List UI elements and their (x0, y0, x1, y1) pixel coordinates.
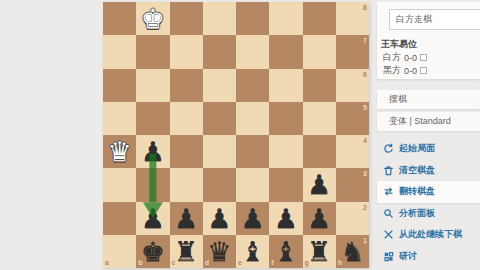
black-rook[interactable]: ♜ (174, 238, 198, 265)
black-pawn[interactable]: ♟ (174, 205, 198, 232)
square-c6[interactable] (170, 69, 203, 102)
square-g2[interactable]: ♟ (303, 202, 336, 235)
square-b2[interactable]: ♟ (136, 202, 169, 235)
file-label-g: g (305, 259, 309, 266)
black-rook[interactable]: ♜ (307, 238, 331, 265)
black-bishop[interactable]: ♝ (274, 238, 298, 265)
square-c8[interactable] (170, 2, 203, 35)
trash-icon (383, 165, 394, 176)
square-a4[interactable]: ♛ (103, 135, 136, 168)
rank-label-3: 3 (363, 170, 367, 177)
study-icon (383, 251, 394, 262)
square-a8[interactable] (103, 2, 136, 35)
page-background: ♚8765♛♟4♟3♟♟♟♟♟♟2ab♚c♜d♛e♝f♝g♜1h♞ 白方走棋 王… (0, 0, 480, 270)
square-g1[interactable]: g♜ (303, 235, 336, 268)
restart-icon (383, 143, 394, 154)
board-grid: ♚8765♛♟4♟3♟♟♟♟♟♟2ab♚c♜d♛e♝f♝g♜1h♞ (103, 2, 369, 268)
menu-item-label: 研讨 (399, 250, 417, 263)
square-h4[interactable]: 4 (336, 135, 369, 168)
square-a7[interactable] (103, 35, 136, 68)
square-c4[interactable] (170, 135, 203, 168)
file-label-h: h (338, 259, 342, 266)
square-b3[interactable] (136, 168, 169, 201)
file-label-f: f (271, 259, 273, 266)
castling-white-oo-label: 0-0 (404, 53, 417, 63)
white-king[interactable]: ♚ (141, 5, 165, 32)
square-d7[interactable] (203, 35, 236, 68)
menu-item-label: 分析面板 (399, 207, 435, 220)
square-b7[interactable] (136, 35, 169, 68)
square-f5[interactable] (269, 102, 302, 135)
square-b5[interactable] (136, 102, 169, 135)
castling-black-oo-checkbox[interactable] (420, 67, 427, 74)
square-e6[interactable] (236, 69, 269, 102)
square-b6[interactable] (136, 69, 169, 102)
square-g6[interactable] (303, 69, 336, 102)
rank-label-4: 4 (363, 137, 367, 144)
square-d5[interactable] (203, 102, 236, 135)
square-a5[interactable] (103, 102, 136, 135)
black-bishop[interactable]: ♝ (241, 238, 265, 265)
square-f4[interactable] (269, 135, 302, 168)
black-pawn[interactable]: ♟ (241, 205, 265, 232)
turn-select[interactable]: 白方走棋 (389, 9, 480, 30)
rank-label-7: 7 (363, 37, 367, 44)
square-h2[interactable]: 2 (336, 202, 369, 235)
castling-white-oo-checkbox[interactable] (420, 54, 427, 61)
black-pawn[interactable]: ♟ (141, 138, 165, 165)
square-c7[interactable] (170, 35, 203, 68)
menu-item-label: 清空棋盘 (399, 164, 435, 177)
square-d8[interactable] (203, 2, 236, 35)
file-label-a: a (105, 259, 109, 266)
square-a2[interactable] (103, 202, 136, 235)
square-f6[interactable] (269, 69, 302, 102)
square-c5[interactable] (170, 102, 203, 135)
square-g3[interactable]: ♟ (303, 168, 336, 201)
square-f7[interactable] (269, 35, 302, 68)
square-d3[interactable] (203, 168, 236, 201)
black-pawn[interactable]: ♟ (274, 205, 298, 232)
analysis-icon (383, 208, 394, 219)
square-e5[interactable] (236, 102, 269, 135)
setup-select[interactable]: 摆棋 (377, 90, 480, 109)
editor-menu: 起始局面 清空棋盘 翻转棋盘 分析面板 (377, 138, 480, 267)
rank-label-6: 6 (363, 71, 367, 78)
menu-item-clear-board[interactable]: 清空棋盘 (377, 160, 480, 182)
castling-white-label: 白方 (383, 51, 401, 64)
black-pawn[interactable]: ♟ (141, 205, 165, 232)
square-c2[interactable]: ♟ (170, 202, 203, 235)
square-e3[interactable] (236, 168, 269, 201)
square-g8[interactable] (303, 2, 336, 35)
square-h8[interactable]: 8 (336, 2, 369, 35)
square-d4[interactable] (203, 135, 236, 168)
editor-sidebar: 白方走棋 王车易位 白方 0-0 黑方 0-0 摆棋 变体 | Standard… (377, 0, 480, 270)
menu-item-start-position[interactable]: 起始局面 (377, 138, 480, 160)
variant-select[interactable]: 变体 | Standard (377, 112, 480, 131)
rank-label-1: 1 (363, 237, 367, 244)
black-pawn[interactable]: ♟ (207, 205, 231, 232)
menu-item-study[interactable]: 研讨 (377, 246, 480, 268)
square-g4[interactable] (303, 135, 336, 168)
continue-icon (383, 229, 394, 240)
menu-item-analysis-board[interactable]: 分析面板 (377, 203, 480, 225)
square-d2[interactable]: ♟ (203, 202, 236, 235)
black-king[interactable]: ♚ (141, 238, 165, 265)
rank-label-2: 2 (363, 204, 367, 211)
menu-item-flip-board[interactable]: 翻转棋盘 (377, 181, 480, 203)
square-a1[interactable]: a (103, 235, 136, 268)
castling-white-row: 白方 0-0 (383, 51, 427, 64)
square-c3[interactable] (170, 168, 203, 201)
chess-board: ♚8765♛♟4♟3♟♟♟♟♟♟2ab♚c♜d♛e♝f♝g♜1h♞ (103, 2, 369, 268)
menu-item-continue-from-here[interactable]: 从此处继续下棋 (377, 224, 480, 246)
square-b4[interactable]: ♟ (136, 135, 169, 168)
file-label-e: e (238, 259, 242, 266)
menu-item-label: 翻转棋盘 (399, 185, 435, 198)
black-pawn[interactable]: ♟ (307, 205, 331, 232)
square-h7[interactable]: 7 (336, 35, 369, 68)
white-queen[interactable]: ♛ (108, 138, 132, 165)
castling-title: 王车易位 (381, 38, 417, 51)
square-g5[interactable] (303, 102, 336, 135)
black-pawn[interactable]: ♟ (307, 171, 331, 198)
square-e1[interactable]: e♝ (236, 235, 269, 268)
rank-label-8: 8 (363, 4, 367, 11)
square-b8[interactable]: ♚ (136, 2, 169, 35)
file-label-b: b (138, 259, 142, 266)
turn-castling-card: 白方走棋 王车易位 白方 0-0 黑方 0-0 (377, 2, 480, 79)
square-e7[interactable] (236, 35, 269, 68)
square-h3[interactable]: 3 (336, 168, 369, 201)
square-e2[interactable]: ♟ (236, 202, 269, 235)
rank-label-5: 5 (363, 104, 367, 111)
square-e4[interactable] (236, 135, 269, 168)
square-h5[interactable]: 5 (336, 102, 369, 135)
square-d6[interactable] (203, 69, 236, 102)
square-c1[interactable]: c♜ (170, 235, 203, 268)
square-a3[interactable] (103, 168, 136, 201)
square-f1[interactable]: f♝ (269, 235, 302, 268)
square-h1[interactable]: 1h♞ (336, 235, 369, 268)
square-e8[interactable] (236, 2, 269, 35)
file-label-c: c (172, 259, 176, 266)
square-d1[interactable]: d♛ (203, 235, 236, 268)
square-g7[interactable] (303, 35, 336, 68)
castling-black-label: 黑方 (383, 64, 401, 77)
square-f8[interactable] (269, 2, 302, 35)
square-b1[interactable]: b♚ (136, 235, 169, 268)
black-queen[interactable]: ♛ (207, 238, 231, 265)
square-h6[interactable]: 6 (336, 69, 369, 102)
file-label-d: d (205, 259, 209, 266)
square-a6[interactable] (103, 69, 136, 102)
menu-item-label: 起始局面 (399, 142, 435, 155)
black-knight[interactable]: ♞ (340, 238, 364, 265)
flip-icon (383, 186, 394, 197)
square-f3[interactable] (269, 168, 302, 201)
menu-item-label: 从此处继续下棋 (399, 228, 462, 241)
castling-black-row: 黑方 0-0 (383, 64, 427, 77)
castling-black-oo-label: 0-0 (404, 66, 417, 76)
square-f2[interactable]: ♟ (269, 202, 302, 235)
